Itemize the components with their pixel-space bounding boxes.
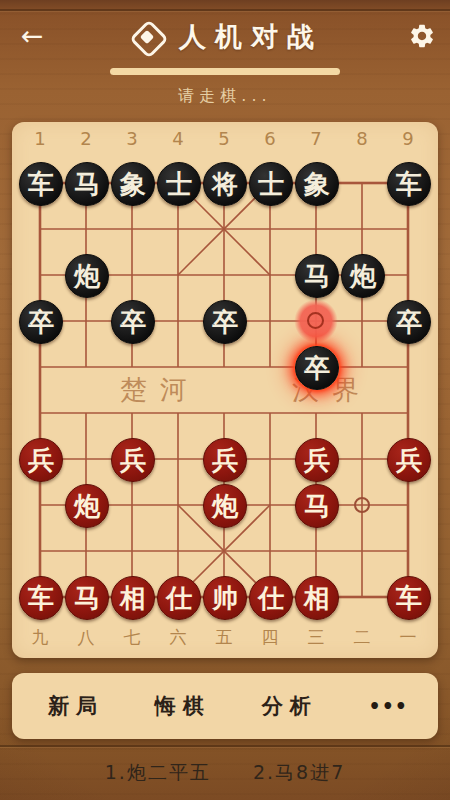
board-point-2-5[interactable] (247, 252, 293, 298)
piece-black-chariot[interactable]: 车 (387, 162, 431, 206)
piece-red-soldier[interactable]: 兵 (295, 438, 339, 482)
xiangqi-board: 123456789 楚河 汉界 车马象士将士象车炮马炮卒卒卒卒卒兵兵兵 (12, 122, 438, 658)
piece-black-soldier[interactable]: 卒 (387, 300, 431, 344)
file-label-bottom-6: 四 (247, 626, 293, 649)
board-point-1-2[interactable] (109, 206, 155, 252)
app-screen: ← 人机对战 请走棋... 123456789 (0, 0, 450, 800)
board-point-9-8[interactable]: 车 (385, 574, 431, 620)
board-point-7-7[interactable] (339, 482, 385, 528)
board-point-3-2[interactable]: 卒 (109, 298, 155, 344)
page-title: 人机对战 (179, 19, 323, 55)
board-point-2-8[interactable] (385, 252, 431, 298)
board-point-4-4[interactable] (201, 344, 247, 390)
title-underline (110, 68, 340, 75)
move-entry-1: 1.炮二平五 (105, 761, 211, 783)
board-point-1-1[interactable] (63, 206, 109, 252)
piece-red-chariot[interactable]: 车 (387, 576, 431, 620)
board-grid: 车马象士将士象车炮马炮卒卒卒卒卒兵兵兵兵兵炮炮马车马相仕帅仕相车 (17, 160, 431, 620)
board-point-2-0[interactable] (17, 252, 63, 298)
board-point-0-4[interactable]: 将 (201, 160, 247, 206)
wood-plank-seam (0, 9, 450, 11)
board-point-9-7[interactable] (339, 574, 385, 620)
file-label-bottom-5: 五 (201, 626, 247, 649)
piece-red-chariot[interactable]: 车 (19, 576, 63, 620)
board-point-4-3[interactable] (155, 344, 201, 390)
board-point-0-1[interactable]: 马 (63, 160, 109, 206)
board-point-7-4[interactable]: 炮 (201, 482, 247, 528)
board-point-0-7[interactable] (339, 160, 385, 206)
board-point-8-0[interactable] (17, 528, 63, 574)
board-point-8-8[interactable] (385, 528, 431, 574)
wood-plank-seam (0, 745, 450, 747)
board-point-1-7[interactable] (339, 206, 385, 252)
board-point-3-6[interactable] (293, 298, 339, 344)
cannon-point-marker (354, 497, 370, 513)
board-point-3-8[interactable]: 卒 (385, 298, 431, 344)
board-point-7-5[interactable] (247, 482, 293, 528)
piece-black-soldier[interactable]: 卒 (111, 300, 155, 344)
undo-button[interactable]: 悔棋 (155, 692, 211, 720)
board-point-3-0[interactable]: 卒 (17, 298, 63, 344)
board-point-5-2[interactable] (109, 390, 155, 436)
file-label-bottom-7: 三 (293, 626, 339, 649)
board-point-5-8[interactable] (385, 390, 431, 436)
piece-red-elephant[interactable]: 相 (295, 576, 339, 620)
board-point-4-1[interactable] (63, 344, 109, 390)
board-point-4-6[interactable]: 卒 (293, 344, 339, 390)
file-label-bottom-3: 七 (109, 626, 155, 649)
board-point-0-6[interactable]: 象 (293, 160, 339, 206)
board-point-1-6[interactable] (293, 206, 339, 252)
board-point-5-0[interactable] (17, 390, 63, 436)
board-point-8-6[interactable] (293, 528, 339, 574)
board-point-5-3[interactable] (155, 390, 201, 436)
piece-black-soldier[interactable]: 卒 (295, 346, 339, 390)
piece-red-cannon[interactable]: 炮 (203, 484, 247, 528)
board-point-8-2[interactable] (109, 528, 155, 574)
board-point-6-0[interactable]: 兵 (17, 436, 63, 482)
board-point-3-1[interactable] (63, 298, 109, 344)
settings-gear-icon[interactable] (406, 20, 438, 52)
board-point-9-4[interactable]: 帅 (201, 574, 247, 620)
piece-black-elephant[interactable]: 象 (111, 162, 155, 206)
board-point-2-3[interactable] (155, 252, 201, 298)
board-point-9-0[interactable]: 车 (17, 574, 63, 620)
board-point-6-5[interactable] (247, 436, 293, 482)
title-group: 人机对战 (0, 14, 450, 60)
board-point-9-2[interactable]: 相 (109, 574, 155, 620)
app-bar: ← 人机对战 (0, 14, 450, 60)
board-point-1-4[interactable] (201, 206, 247, 252)
board-point-0-5[interactable]: 士 (247, 160, 293, 206)
board-point-6-4[interactable]: 兵 (201, 436, 247, 482)
piece-black-advisor[interactable]: 士 (249, 162, 293, 206)
board-point-7-0[interactable] (17, 482, 63, 528)
piece-red-advisor[interactable]: 仕 (157, 576, 201, 620)
board-point-7-6[interactable]: 马 (293, 482, 339, 528)
board-point-2-1[interactable]: 炮 (63, 252, 109, 298)
board-point-5-4[interactable] (201, 390, 247, 436)
board-point-6-3[interactable] (155, 436, 201, 482)
board-point-2-2[interactable] (109, 252, 155, 298)
board-point-8-5[interactable] (247, 528, 293, 574)
piece-red-soldier[interactable]: 兵 (111, 438, 155, 482)
piece-red-soldier[interactable]: 兵 (19, 438, 63, 482)
board-point-8-3[interactable] (155, 528, 201, 574)
mode-diamond-icon (127, 17, 167, 57)
board-point-5-5[interactable] (247, 390, 293, 436)
board-point-4-5[interactable] (247, 344, 293, 390)
board-point-7-8[interactable] (385, 482, 431, 528)
piece-black-horse[interactable]: 马 (65, 162, 109, 206)
file-label-bottom-8: 二 (339, 626, 385, 649)
piece-black-cannon[interactable]: 炮 (65, 254, 109, 298)
move-list: 1.炮二平五 2.马8进7 (0, 760, 450, 786)
board-point-4-2[interactable] (109, 344, 155, 390)
board-point-2-6[interactable]: 马 (293, 252, 339, 298)
board-point-9-5[interactable]: 仕 (247, 574, 293, 620)
piece-red-advisor[interactable]: 仕 (249, 576, 293, 620)
board-point-0-8[interactable]: 车 (385, 160, 431, 206)
piece-red-general[interactable]: 帅 (203, 576, 247, 620)
board-point-3-5[interactable] (247, 298, 293, 344)
more-options-button[interactable]: ••• (369, 695, 408, 717)
board-point-5-7[interactable] (339, 390, 385, 436)
board-point-4-7[interactable] (339, 344, 385, 390)
board-point-6-8[interactable]: 兵 (385, 436, 431, 482)
piece-red-soldier[interactable]: 兵 (203, 438, 247, 482)
file-label-bottom-1: 九 (17, 626, 63, 649)
board-point-6-7[interactable] (339, 436, 385, 482)
board-point-8-4[interactable] (201, 528, 247, 574)
move-entry-2: 2.马8进7 (253, 761, 345, 783)
board-point-1-8[interactable] (385, 206, 431, 252)
piece-black-general[interactable]: 将 (203, 162, 247, 206)
board-point-3-4[interactable]: 卒 (201, 298, 247, 344)
board-point-4-0[interactable] (17, 344, 63, 390)
status-text: 请走棋... (0, 86, 450, 107)
piece-black-advisor[interactable]: 士 (157, 162, 201, 206)
board-point-9-3[interactable]: 仕 (155, 574, 201, 620)
board-point-3-3[interactable] (155, 298, 201, 344)
analyze-button[interactable]: 分析 (262, 692, 318, 720)
board-point-8-7[interactable] (339, 528, 385, 574)
file-labels-bottom: 九八七六五四三二一 (17, 626, 431, 649)
piece-red-horse[interactable]: 马 (295, 484, 339, 528)
piece-black-elephant[interactable]: 象 (295, 162, 339, 206)
piece-red-cannon[interactable]: 炮 (65, 484, 109, 528)
board-point-2-7[interactable]: 炮 (339, 252, 385, 298)
board-point-7-3[interactable] (155, 482, 201, 528)
file-label-bottom-2: 八 (63, 626, 109, 649)
board-point-0-0[interactable]: 车 (17, 160, 63, 206)
board-point-6-2[interactable]: 兵 (109, 436, 155, 482)
board-point-0-3[interactable]: 士 (155, 160, 201, 206)
piece-red-soldier[interactable]: 兵 (387, 438, 431, 482)
file-label-bottom-4: 六 (155, 626, 201, 649)
board-point-0-2[interactable]: 象 (109, 160, 155, 206)
board-point-4-8[interactable] (385, 344, 431, 390)
bottom-toolbar: 新局 悔棋 分析 ••• (12, 673, 438, 739)
file-label-bottom-9: 一 (385, 626, 431, 649)
board-point-9-6[interactable]: 相 (293, 574, 339, 620)
board-point-2-4[interactable] (201, 252, 247, 298)
board-point-3-7[interactable] (339, 298, 385, 344)
piece-red-horse[interactable]: 马 (65, 576, 109, 620)
piece-red-elephant[interactable]: 相 (111, 576, 155, 620)
piece-black-soldier[interactable]: 卒 (203, 300, 247, 344)
new-game-button[interactable]: 新局 (48, 692, 104, 720)
last-move-origin-marker (294, 299, 338, 343)
board-point-7-1[interactable]: 炮 (63, 482, 109, 528)
board-point-1-0[interactable] (17, 206, 63, 252)
piece-black-cannon[interactable]: 炮 (341, 254, 385, 298)
board-point-1-5[interactable] (247, 206, 293, 252)
piece-black-soldier[interactable]: 卒 (19, 300, 63, 344)
board-point-6-1[interactable] (63, 436, 109, 482)
board-point-1-3[interactable] (155, 206, 201, 252)
board-point-8-1[interactable] (63, 528, 109, 574)
board-point-7-2[interactable] (109, 482, 155, 528)
piece-black-chariot[interactable]: 车 (19, 162, 63, 206)
board-point-9-1[interactable]: 马 (63, 574, 109, 620)
board-point-5-1[interactable] (63, 390, 109, 436)
piece-black-horse[interactable]: 马 (295, 254, 339, 298)
board-point-6-6[interactable]: 兵 (293, 436, 339, 482)
board-point-5-6[interactable] (293, 390, 339, 436)
